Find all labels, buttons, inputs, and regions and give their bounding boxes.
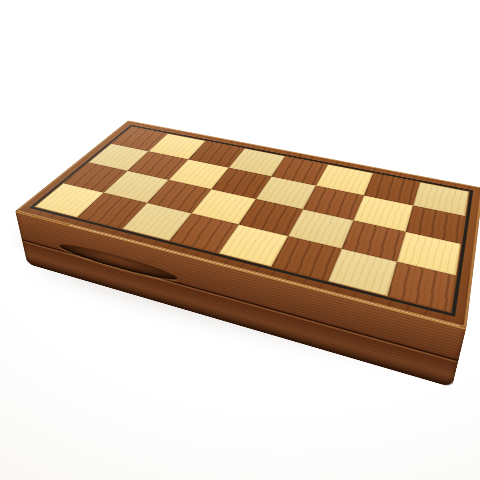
board-square <box>405 205 465 243</box>
board-square <box>272 236 342 281</box>
board-square <box>288 209 353 248</box>
board-square <box>169 213 239 253</box>
board-square <box>387 262 456 312</box>
board-square <box>122 203 191 241</box>
board-square <box>328 249 397 296</box>
case-box <box>15 121 480 329</box>
board-square <box>353 195 413 231</box>
board-square <box>341 220 405 261</box>
board-square <box>219 224 289 266</box>
board-square <box>397 232 461 276</box>
chess-case <box>46 94 466 304</box>
board-square <box>239 199 304 236</box>
scene <box>0 0 480 480</box>
